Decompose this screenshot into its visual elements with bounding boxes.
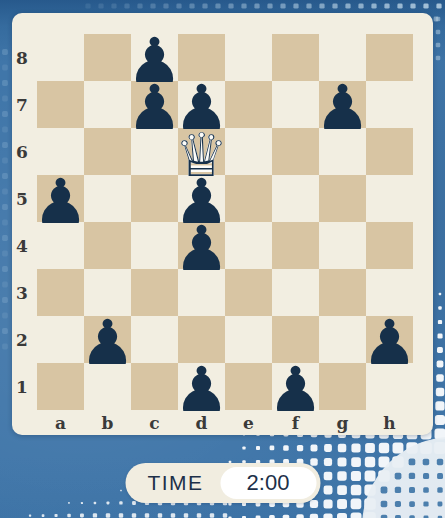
square-c5[interactable] (131, 175, 178, 222)
square-c7[interactable]: ♟ (131, 81, 178, 128)
square-a8[interactable] (37, 34, 84, 81)
square-h6[interactable] (366, 128, 413, 175)
square-c2[interactable] (131, 316, 178, 363)
square-g7[interactable]: ♟ (319, 81, 366, 128)
square-g4[interactable] (319, 222, 366, 269)
rank-label-8: 8 (12, 34, 32, 81)
file-label-a: a (37, 410, 84, 436)
piece-black-pawn-f1[interactable]: ♟ (268, 359, 324, 421)
square-g2[interactable] (319, 316, 366, 363)
file-label-c: c (131, 410, 178, 436)
square-h8[interactable] (366, 34, 413, 81)
square-g3[interactable] (319, 269, 366, 316)
square-h7[interactable] (366, 81, 413, 128)
square-e3[interactable] (225, 269, 272, 316)
square-f7[interactable] (272, 81, 319, 128)
chess-board[interactable]: ♟♟♟♟♛♕♟♟♟♟♟♟♟ (37, 34, 413, 410)
square-f8[interactable] (272, 34, 319, 81)
rank-label-1: 1 (12, 363, 32, 410)
square-f6[interactable] (272, 128, 319, 175)
square-g1[interactable] (319, 363, 366, 410)
square-f3[interactable] (272, 269, 319, 316)
rank-label-2: 2 (12, 316, 32, 363)
square-b7[interactable] (84, 81, 131, 128)
rank-label-6: 6 (12, 128, 32, 175)
app-background: { "game": "chess", "position": { "fen": … (0, 0, 445, 518)
square-e1[interactable] (225, 363, 272, 410)
square-a1[interactable] (37, 363, 84, 410)
square-c4[interactable] (131, 222, 178, 269)
square-a7[interactable] (37, 81, 84, 128)
square-e5[interactable] (225, 175, 272, 222)
file-label-g: g (319, 410, 366, 436)
square-a5[interactable]: ♟ (37, 175, 84, 222)
square-e6[interactable] (225, 128, 272, 175)
square-b6[interactable] (84, 128, 131, 175)
file-label-h: h (366, 410, 413, 436)
piece-black-pawn-b2[interactable]: ♟ (80, 312, 136, 374)
square-a3[interactable] (37, 269, 84, 316)
chess-board-card: ♟♟♟♟♛♕♟♟♟♟♟♟♟ abcdefgh 87654321 (12, 13, 433, 435)
piece-black-pawn-d1[interactable]: ♟ (174, 359, 230, 421)
rank-label-4: 4 (12, 222, 32, 269)
square-e8[interactable] (225, 34, 272, 81)
square-d1[interactable]: ♟ (178, 363, 225, 410)
piece-black-pawn-g7[interactable]: ♟ (315, 77, 371, 139)
rank-label-5: 5 (12, 175, 32, 222)
square-d4[interactable]: ♟ (178, 222, 225, 269)
board-area: ♟♟♟♟♛♕♟♟♟♟♟♟♟ abcdefgh 87654321 (37, 34, 413, 436)
rank-label-7: 7 (12, 81, 32, 128)
timer-label: TIME (125, 471, 220, 495)
square-e2[interactable] (225, 316, 272, 363)
piece-black-pawn-h2[interactable]: ♟ (362, 312, 418, 374)
square-g5[interactable] (319, 175, 366, 222)
square-b4[interactable] (84, 222, 131, 269)
square-f1[interactable]: ♟ (272, 363, 319, 410)
square-h4[interactable] (366, 222, 413, 269)
rank-label-3: 3 (12, 269, 32, 316)
square-b2[interactable]: ♟ (84, 316, 131, 363)
square-h5[interactable] (366, 175, 413, 222)
square-c1[interactable] (131, 363, 178, 410)
square-f4[interactable] (272, 222, 319, 269)
square-e7[interactable] (225, 81, 272, 128)
square-b8[interactable] (84, 34, 131, 81)
file-label-b: b (84, 410, 131, 436)
piece-black-pawn-a5[interactable]: ♟ (33, 171, 89, 233)
piece-black-pawn-d4[interactable]: ♟ (174, 218, 230, 280)
square-h2[interactable]: ♟ (366, 316, 413, 363)
square-a2[interactable] (37, 316, 84, 363)
file-label-e: e (225, 410, 272, 436)
timer-value: 2:00 (220, 467, 316, 499)
square-f5[interactable] (272, 175, 319, 222)
square-e4[interactable] (225, 222, 272, 269)
square-b5[interactable] (84, 175, 131, 222)
timer-pill: TIME 2:00 (125, 463, 320, 503)
square-c3[interactable] (131, 269, 178, 316)
